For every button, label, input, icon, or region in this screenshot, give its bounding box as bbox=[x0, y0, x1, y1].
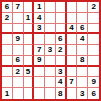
cell-r8c8-empty[interactable] bbox=[77, 77, 88, 88]
cell-r5c3-empty[interactable] bbox=[24, 45, 35, 56]
cell-r3c4-given-3: 3 bbox=[34, 24, 45, 35]
cell-r3c8-given-6: 6 bbox=[77, 24, 88, 35]
cell-r5c8-empty[interactable] bbox=[77, 45, 88, 56]
cell-r5c2-empty[interactable] bbox=[13, 45, 24, 56]
cell-r6c8-given-8: 8 bbox=[77, 56, 88, 67]
cell-r4c2-given-9: 9 bbox=[13, 34, 24, 45]
cell-r7c8-empty[interactable] bbox=[77, 67, 88, 78]
cell-r8c3-empty[interactable] bbox=[24, 77, 35, 88]
cell-r5c4-given-7: 7 bbox=[34, 45, 45, 56]
cell-r1c1-given-6: 6 bbox=[2, 2, 13, 13]
cell-r9c2-empty[interactable] bbox=[13, 88, 24, 99]
cell-r4c1-empty[interactable] bbox=[2, 34, 13, 45]
cell-r6c4-given-9: 9 bbox=[34, 56, 45, 67]
cell-r1c8-empty[interactable] bbox=[77, 2, 88, 13]
cell-r2c9-empty[interactable] bbox=[88, 13, 99, 24]
cell-r6c3-empty[interactable] bbox=[24, 56, 35, 67]
cell-r1c7-empty[interactable] bbox=[67, 2, 78, 13]
cell-r2c2-empty[interactable] bbox=[13, 13, 24, 24]
cell-r6c5-empty[interactable] bbox=[45, 56, 56, 67]
cell-r2c6-empty[interactable] bbox=[56, 13, 67, 24]
cell-r8c9-given-9: 9 bbox=[88, 77, 99, 88]
cell-r4c5-empty[interactable] bbox=[45, 34, 56, 45]
cell-r1c9-given-2: 2 bbox=[88, 2, 99, 13]
cell-r9c8-given-3: 3 bbox=[77, 88, 88, 99]
cell-r9c7-empty[interactable] bbox=[67, 88, 78, 99]
cell-r5c6-given-2: 2 bbox=[56, 45, 67, 56]
cell-r4c8-given-4: 4 bbox=[77, 34, 88, 45]
cell-r1c3-empty[interactable] bbox=[24, 2, 35, 13]
cell-r4c3-empty[interactable] bbox=[24, 34, 35, 45]
cell-r9c5-empty[interactable] bbox=[45, 88, 56, 99]
cell-r1c4-given-1: 1 bbox=[34, 2, 45, 13]
cell-r2c4-given-4: 4 bbox=[34, 13, 45, 24]
cell-r3c9-empty[interactable] bbox=[88, 24, 99, 35]
cell-r9c3-empty[interactable] bbox=[24, 88, 35, 99]
cell-r7c9-empty[interactable] bbox=[88, 67, 99, 78]
cell-r7c6-given-3: 3 bbox=[56, 67, 67, 78]
cell-r8c6-given-4: 4 bbox=[56, 77, 67, 88]
cell-r3c6-empty[interactable] bbox=[56, 24, 67, 35]
cell-r1c6-empty[interactable] bbox=[56, 2, 67, 13]
sudoku-board: 67122143469647326982534791836 bbox=[0, 0, 101, 101]
cell-r6c6-empty[interactable] bbox=[56, 56, 67, 67]
cell-r8c2-empty[interactable] bbox=[13, 77, 24, 88]
cell-r2c7-empty[interactable] bbox=[67, 13, 78, 24]
cell-r2c5-empty[interactable] bbox=[45, 13, 56, 24]
cell-r7c4-empty[interactable] bbox=[34, 67, 45, 78]
cell-r7c7-empty[interactable] bbox=[67, 67, 78, 78]
cell-r8c7-given-7: 7 bbox=[67, 77, 78, 88]
cell-r3c3-empty[interactable] bbox=[24, 24, 35, 35]
cell-r9c1-given-1: 1 bbox=[2, 88, 13, 99]
cell-r5c9-empty[interactable] bbox=[88, 45, 99, 56]
cell-r3c7-given-4: 4 bbox=[67, 24, 78, 35]
cell-r3c5-empty[interactable] bbox=[45, 24, 56, 35]
cell-r5c7-empty[interactable] bbox=[67, 45, 78, 56]
cell-r4c6-given-6: 6 bbox=[56, 34, 67, 45]
cell-r8c5-empty[interactable] bbox=[45, 77, 56, 88]
cell-r7c3-given-5: 5 bbox=[24, 67, 35, 78]
cell-r7c1-empty[interactable] bbox=[2, 67, 13, 78]
cell-r8c4-empty[interactable] bbox=[34, 77, 45, 88]
cell-r6c9-empty[interactable] bbox=[88, 56, 99, 67]
cell-r6c7-empty[interactable] bbox=[67, 56, 78, 67]
cell-r5c5-given-3: 3 bbox=[45, 45, 56, 56]
cell-r2c8-empty[interactable] bbox=[77, 13, 88, 24]
cell-r7c2-given-2: 2 bbox=[13, 67, 24, 78]
cell-r6c2-given-6: 6 bbox=[13, 56, 24, 67]
cell-r9c6-given-8: 8 bbox=[56, 88, 67, 99]
cell-r3c1-empty[interactable] bbox=[2, 24, 13, 35]
cell-r2c1-given-2: 2 bbox=[2, 13, 13, 24]
cell-r1c2-given-7: 7 bbox=[13, 2, 24, 13]
cell-r9c9-given-6: 6 bbox=[88, 88, 99, 99]
cell-r5c1-empty[interactable] bbox=[2, 45, 13, 56]
cell-r4c4-empty[interactable] bbox=[34, 34, 45, 45]
cell-r1c5-empty[interactable] bbox=[45, 2, 56, 13]
cell-r4c7-empty[interactable] bbox=[67, 34, 78, 45]
cell-r8c1-empty[interactable] bbox=[2, 77, 13, 88]
cell-r9c4-empty[interactable] bbox=[34, 88, 45, 99]
cell-r6c1-empty[interactable] bbox=[2, 56, 13, 67]
cell-r7c5-empty[interactable] bbox=[45, 67, 56, 78]
cell-r2c3-given-1: 1 bbox=[24, 13, 35, 24]
cell-r3c2-empty[interactable] bbox=[13, 24, 24, 35]
cell-r4c9-empty[interactable] bbox=[88, 34, 99, 45]
